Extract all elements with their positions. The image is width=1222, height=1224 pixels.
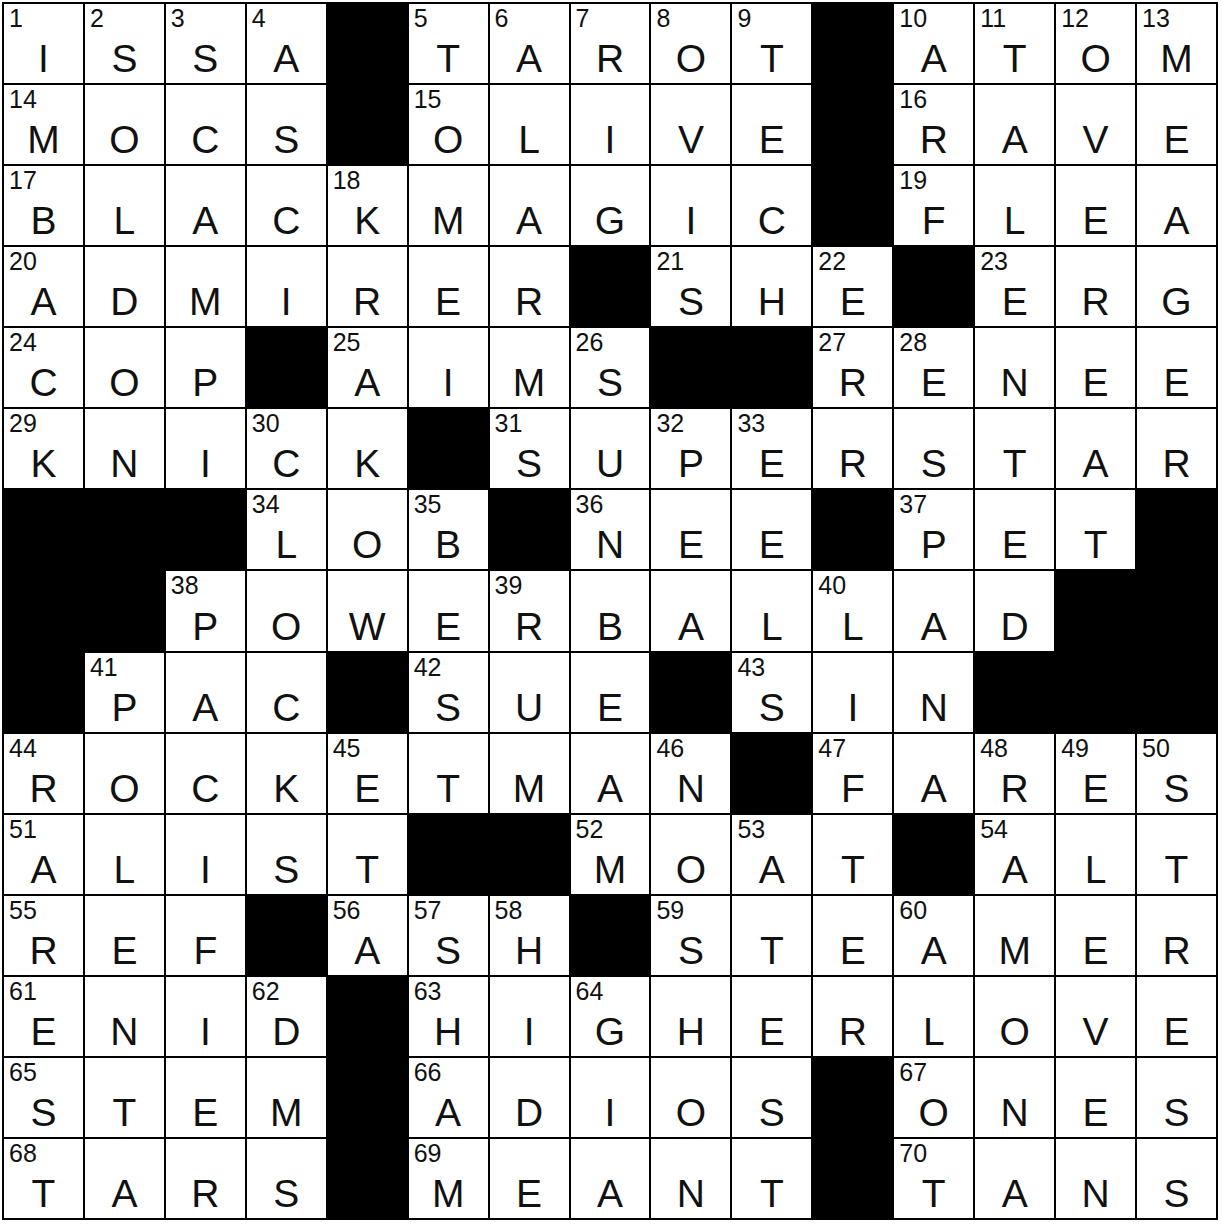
grid-cell[interactable]: 68T bbox=[4, 1139, 83, 1218]
grid-cell[interactable]: 44R bbox=[4, 734, 83, 813]
grid-cell[interactable]: 16R bbox=[894, 85, 973, 164]
grid-cell[interactable]: A bbox=[490, 166, 569, 245]
grid-cell[interactable]: 11T bbox=[975, 4, 1054, 83]
cell-letter: P bbox=[85, 688, 164, 727]
grid-cell[interactable]: A bbox=[975, 85, 1054, 164]
grid-cell[interactable]: L bbox=[490, 85, 569, 164]
grid-cell[interactable]: 17B bbox=[4, 166, 83, 245]
block-cell bbox=[4, 571, 83, 650]
cell-letter: I bbox=[813, 688, 892, 727]
grid-cell[interactable]: 53A bbox=[732, 815, 811, 894]
grid-cell[interactable]: U bbox=[490, 653, 569, 732]
grid-cell[interactable]: S bbox=[894, 409, 973, 488]
grid-cell[interactable]: E bbox=[409, 247, 488, 326]
clue-number: 61 bbox=[9, 978, 37, 1006]
cell-letter: V bbox=[1056, 120, 1135, 159]
cell-letter: R bbox=[813, 444, 892, 483]
cell-letter: I bbox=[651, 201, 730, 240]
clue-number: 24 bbox=[9, 329, 37, 357]
grid-cell[interactable]: 43S bbox=[732, 653, 811, 732]
grid-cell[interactable]: 31S bbox=[490, 409, 569, 488]
grid-cell[interactable]: 46N bbox=[651, 734, 730, 813]
cell-letter: A bbox=[4, 850, 83, 889]
grid-cell[interactable]: N bbox=[975, 1058, 1054, 1137]
grid-cell[interactable]: T bbox=[1056, 490, 1135, 569]
block-cell bbox=[1137, 653, 1216, 732]
clue-number: 49 bbox=[1061, 735, 1089, 763]
grid-cell[interactable]: 52M bbox=[571, 815, 650, 894]
cell-letter: O bbox=[651, 850, 730, 889]
grid-cell[interactable]: 25A bbox=[328, 328, 407, 407]
grid-cell[interactable]: 50S bbox=[1137, 734, 1216, 813]
grid-cell[interactable]: E bbox=[1056, 328, 1135, 407]
clue-number: 1 bbox=[9, 5, 23, 33]
grid-cell[interactable]: 24C bbox=[4, 328, 83, 407]
cell-letter: A bbox=[4, 282, 83, 321]
clue-number: 48 bbox=[980, 735, 1008, 763]
grid-cell[interactable]: 40L bbox=[813, 571, 892, 650]
grid-cell[interactable]: 56A bbox=[328, 896, 407, 975]
grid-cell[interactable]: 14M bbox=[4, 85, 83, 164]
crossword-board: 1I2S3S4A5T6A7R8O9T10A11T12O13M14MOCS15OL… bbox=[2, 2, 1218, 1220]
grid-cell[interactable]: E bbox=[166, 1058, 245, 1137]
clue-number: 32 bbox=[656, 410, 684, 438]
grid-cell[interactable]: C bbox=[166, 734, 245, 813]
grid-cell[interactable]: K bbox=[247, 734, 326, 813]
grid-cell[interactable]: I bbox=[490, 977, 569, 1056]
cell-letter: S bbox=[1137, 1174, 1216, 1213]
clue-number: 28 bbox=[899, 329, 927, 357]
block-cell bbox=[328, 4, 407, 83]
grid-cell[interactable]: E bbox=[409, 571, 488, 650]
cell-letter: G bbox=[571, 201, 650, 240]
block-cell bbox=[813, 85, 892, 164]
grid-cell[interactable]: 5T bbox=[409, 4, 488, 83]
grid-cell[interactable]: A bbox=[85, 1139, 164, 1218]
grid-cell[interactable]: T bbox=[85, 1058, 164, 1137]
grid-cell[interactable]: 8O bbox=[651, 4, 730, 83]
grid-cell[interactable]: A bbox=[894, 571, 973, 650]
grid-cell[interactable]: E bbox=[1056, 896, 1135, 975]
grid-cell[interactable]: 21S bbox=[651, 247, 730, 326]
grid-cell[interactable]: E bbox=[651, 490, 730, 569]
grid-cell[interactable]: A bbox=[1056, 409, 1135, 488]
grid-cell[interactable]: N bbox=[894, 653, 973, 732]
grid-cell[interactable]: I bbox=[651, 166, 730, 245]
grid-cell[interactable]: 55R bbox=[4, 896, 83, 975]
cell-letter: E bbox=[409, 607, 488, 646]
grid-cell[interactable]: 22E bbox=[813, 247, 892, 326]
grid-cell[interactable]: 35B bbox=[409, 490, 488, 569]
grid-cell[interactable]: F bbox=[166, 896, 245, 975]
cell-letter: E bbox=[1137, 120, 1216, 159]
grid-cell[interactable]: 34L bbox=[247, 490, 326, 569]
grid-cell[interactable]: V bbox=[651, 85, 730, 164]
grid-cell[interactable]: A bbox=[166, 653, 245, 732]
grid-cell[interactable]: 67O bbox=[894, 1058, 973, 1137]
grid-cell[interactable]: G bbox=[571, 166, 650, 245]
grid-cell[interactable]: 47F bbox=[813, 734, 892, 813]
cell-letter: A bbox=[247, 39, 326, 78]
grid-cell[interactable]: U bbox=[571, 409, 650, 488]
clue-number: 15 bbox=[414, 86, 442, 114]
clue-number: 21 bbox=[656, 248, 684, 276]
clue-number: 45 bbox=[333, 735, 361, 763]
cell-letter: M bbox=[247, 1093, 326, 1132]
grid-cell[interactable]: O bbox=[651, 815, 730, 894]
cell-letter: S bbox=[1137, 1093, 1216, 1132]
grid-cell[interactable]: A bbox=[166, 166, 245, 245]
clue-number: 7 bbox=[576, 5, 590, 33]
cell-letter: D bbox=[247, 1012, 326, 1051]
grid-cell[interactable]: E bbox=[571, 653, 650, 732]
grid-cell[interactable]: N bbox=[85, 977, 164, 1056]
grid-cell[interactable]: 19F bbox=[894, 166, 973, 245]
clue-number: 63 bbox=[414, 978, 442, 1006]
grid-cell[interactable]: L bbox=[85, 815, 164, 894]
grid-cell[interactable]: E bbox=[1056, 1058, 1135, 1137]
grid-cell[interactable]: V bbox=[1056, 85, 1135, 164]
clue-number: 46 bbox=[656, 735, 684, 763]
clue-number: 42 bbox=[414, 654, 442, 682]
grid-cell[interactable]: 57S bbox=[409, 896, 488, 975]
cell-letter: N bbox=[651, 1174, 730, 1213]
cell-letter: R bbox=[894, 120, 973, 159]
cell-letter: R bbox=[490, 607, 569, 646]
grid-cell[interactable]: T bbox=[328, 815, 407, 894]
grid-cell[interactable]: R bbox=[1056, 247, 1135, 326]
grid-cell[interactable]: 13M bbox=[1137, 4, 1216, 83]
cell-letter: B bbox=[409, 525, 488, 564]
grid-cell[interactable]: I bbox=[166, 815, 245, 894]
cell-letter: E bbox=[1137, 363, 1216, 402]
cell-letter: R bbox=[328, 282, 407, 321]
grid-cell[interactable]: L bbox=[894, 977, 973, 1056]
cell-letter: E bbox=[1056, 201, 1135, 240]
grid-cell[interactable]: I bbox=[571, 85, 650, 164]
clue-number: 13 bbox=[1142, 5, 1170, 33]
grid-cell[interactable]: S bbox=[1137, 1058, 1216, 1137]
clue-number: 26 bbox=[576, 329, 604, 357]
cell-letter: T bbox=[732, 39, 811, 78]
clue-number: 25 bbox=[333, 329, 361, 357]
grid-cell[interactable]: 15O bbox=[409, 85, 488, 164]
cell-letter: A bbox=[571, 1174, 650, 1213]
grid-cell[interactable]: 30C bbox=[247, 409, 326, 488]
block-cell bbox=[4, 653, 83, 732]
block-cell bbox=[1056, 571, 1135, 650]
grid-cell[interactable]: R bbox=[490, 247, 569, 326]
block-cell bbox=[490, 815, 569, 894]
grid-cell[interactable]: I bbox=[166, 409, 245, 488]
cell-letter: C bbox=[166, 120, 245, 159]
cell-letter: R bbox=[166, 1174, 245, 1213]
grid-cell[interactable]: E bbox=[732, 490, 811, 569]
clue-number: 53 bbox=[737, 816, 765, 844]
grid-cell[interactable]: D bbox=[490, 1058, 569, 1137]
grid-cell[interactable]: I bbox=[813, 653, 892, 732]
grid-cell[interactable]: 54A bbox=[975, 815, 1054, 894]
grid-cell[interactable]: 59S bbox=[651, 896, 730, 975]
cell-letter: C bbox=[247, 444, 326, 483]
grid-cell[interactable]: 23E bbox=[975, 247, 1054, 326]
clue-number: 31 bbox=[495, 410, 523, 438]
grid-cell[interactable]: L bbox=[85, 166, 164, 245]
grid-cell[interactable]: A bbox=[571, 1139, 650, 1218]
cell-letter: M bbox=[4, 120, 83, 159]
grid-cell[interactable]: E bbox=[1137, 328, 1216, 407]
grid-cell[interactable]: I bbox=[247, 247, 326, 326]
grid-cell[interactable]: 10A bbox=[894, 4, 973, 83]
cell-letter: A bbox=[894, 607, 973, 646]
cell-letter: S bbox=[732, 688, 811, 727]
grid-cell[interactable]: M bbox=[490, 734, 569, 813]
grid-cell[interactable]: 9T bbox=[732, 4, 811, 83]
grid-cell[interactable]: E bbox=[732, 85, 811, 164]
cell-letter: R bbox=[571, 39, 650, 78]
grid-cell[interactable]: A bbox=[651, 571, 730, 650]
cell-letter: C bbox=[247, 688, 326, 727]
cell-letter: T bbox=[732, 931, 811, 970]
grid-cell[interactable]: V bbox=[1056, 977, 1135, 1056]
grid-cell[interactable]: R bbox=[328, 247, 407, 326]
block-cell bbox=[490, 490, 569, 569]
grid-cell[interactable]: T bbox=[409, 734, 488, 813]
grid-cell[interactable]: 20A bbox=[4, 247, 83, 326]
grid-cell[interactable]: S bbox=[247, 815, 326, 894]
grid-cell[interactable]: 49E bbox=[1056, 734, 1135, 813]
grid-cell[interactable]: 32P bbox=[651, 409, 730, 488]
grid-cell[interactable]: K bbox=[328, 409, 407, 488]
grid-cell[interactable]: 27R bbox=[813, 328, 892, 407]
grid-cell[interactable]: 63H bbox=[409, 977, 488, 1056]
grid-cell[interactable]: R bbox=[1137, 896, 1216, 975]
grid-cell[interactable]: I bbox=[409, 328, 488, 407]
grid-cell[interactable]: 39R bbox=[490, 571, 569, 650]
cell-letter: M bbox=[409, 1174, 488, 1213]
clue-number: 22 bbox=[818, 248, 846, 276]
grid-cell[interactable]: 70T bbox=[894, 1139, 973, 1218]
grid-cell[interactable]: 12O bbox=[1056, 4, 1135, 83]
grid-cell[interactable]: 26S bbox=[571, 328, 650, 407]
grid-cell[interactable]: 18K bbox=[328, 166, 407, 245]
cell-letter: C bbox=[732, 201, 811, 240]
grid-cell[interactable]: C bbox=[166, 85, 245, 164]
grid-cell[interactable]: B bbox=[571, 571, 650, 650]
clue-number: 17 bbox=[9, 167, 37, 195]
grid-cell[interactable]: I bbox=[166, 977, 245, 1056]
grid-cell[interactable]: R bbox=[813, 977, 892, 1056]
cell-letter: K bbox=[328, 201, 407, 240]
grid-cell[interactable]: 38P bbox=[166, 571, 245, 650]
cell-letter: A bbox=[490, 39, 569, 78]
grid-cell[interactable]: 65S bbox=[4, 1058, 83, 1137]
grid-cell[interactable]: T bbox=[732, 896, 811, 975]
grid-cell[interactable]: R bbox=[166, 1139, 245, 1218]
cell-letter: A bbox=[328, 931, 407, 970]
grid-cell[interactable]: M bbox=[490, 328, 569, 407]
cell-letter: N bbox=[85, 1012, 164, 1051]
grid-cell[interactable]: N bbox=[975, 328, 1054, 407]
grid-cell[interactable]: H bbox=[732, 247, 811, 326]
grid-cell[interactable]: N bbox=[85, 409, 164, 488]
cell-letter: A bbox=[328, 363, 407, 402]
grid-cell[interactable]: R bbox=[1137, 409, 1216, 488]
clue-number: 44 bbox=[9, 735, 37, 763]
grid-cell[interactable]: 58H bbox=[490, 896, 569, 975]
grid-cell[interactable]: T bbox=[732, 1139, 811, 1218]
block-cell bbox=[732, 734, 811, 813]
cell-letter: S bbox=[490, 444, 569, 483]
grid-cell[interactable]: S bbox=[247, 1139, 326, 1218]
cell-letter: A bbox=[166, 688, 245, 727]
grid-cell[interactable]: 29K bbox=[4, 409, 83, 488]
grid-cell[interactable]: E bbox=[732, 977, 811, 1056]
grid-cell[interactable]: 7R bbox=[571, 4, 650, 83]
cell-letter: T bbox=[732, 1174, 811, 1213]
block-cell bbox=[571, 247, 650, 326]
cell-letter: N bbox=[571, 525, 650, 564]
grid-cell[interactable]: E bbox=[1137, 85, 1216, 164]
cell-letter: I bbox=[166, 850, 245, 889]
grid-cell[interactable]: O bbox=[85, 85, 164, 164]
grid-cell[interactable]: W bbox=[328, 571, 407, 650]
grid-cell[interactable]: 1I bbox=[4, 4, 83, 83]
clue-number: 14 bbox=[9, 86, 37, 114]
cell-letter: A bbox=[894, 39, 973, 78]
grid-cell[interactable]: 61E bbox=[4, 977, 83, 1056]
grid-cell[interactable]: A bbox=[1137, 166, 1216, 245]
grid-cell[interactable]: D bbox=[975, 571, 1054, 650]
cell-letter: I bbox=[409, 363, 488, 402]
grid-cell[interactable]: E bbox=[813, 896, 892, 975]
cell-letter: A bbox=[166, 201, 245, 240]
block-cell bbox=[4, 490, 83, 569]
grid-cell[interactable]: 45E bbox=[328, 734, 407, 813]
clue-number: 43 bbox=[737, 654, 765, 682]
grid-cell[interactable]: 69M bbox=[409, 1139, 488, 1218]
grid-cell[interactable]: C bbox=[247, 166, 326, 245]
grid-cell[interactable]: N bbox=[651, 1139, 730, 1218]
grid-cell[interactable]: T bbox=[975, 409, 1054, 488]
grid-cell[interactable]: D bbox=[85, 247, 164, 326]
grid-cell[interactable]: M bbox=[166, 247, 245, 326]
cell-letter: A bbox=[975, 1174, 1054, 1213]
grid-cell[interactable]: S bbox=[732, 1058, 811, 1137]
block-cell bbox=[247, 896, 326, 975]
grid-cell[interactable]: T bbox=[1137, 815, 1216, 894]
clue-number: 66 bbox=[414, 1059, 442, 1087]
grid-cell[interactable]: 4A bbox=[247, 4, 326, 83]
grid-cell[interactable]: C bbox=[732, 166, 811, 245]
cell-letter: S bbox=[409, 931, 488, 970]
clue-number: 70 bbox=[899, 1140, 927, 1168]
grid-cell[interactable]: N bbox=[1056, 1139, 1135, 1218]
cell-letter: T bbox=[813, 850, 892, 889]
cell-letter: A bbox=[732, 850, 811, 889]
grid-cell[interactable]: G bbox=[1137, 247, 1216, 326]
block-cell bbox=[85, 571, 164, 650]
grid-cell[interactable]: L bbox=[732, 571, 811, 650]
grid-cell[interactable]: M bbox=[409, 166, 488, 245]
clue-number: 52 bbox=[576, 816, 604, 844]
grid-cell[interactable]: C bbox=[247, 653, 326, 732]
cell-letter: S bbox=[85, 39, 164, 78]
cell-letter: S bbox=[247, 850, 326, 889]
grid-cell[interactable]: 36N bbox=[571, 490, 650, 569]
grid-cell[interactable]: E bbox=[1056, 166, 1135, 245]
cell-letter: R bbox=[1137, 444, 1216, 483]
grid-cell[interactable]: 66A bbox=[409, 1058, 488, 1137]
grid-cell[interactable]: A bbox=[894, 734, 973, 813]
cell-letter: F bbox=[813, 769, 892, 808]
grid-cell[interactable]: L bbox=[975, 166, 1054, 245]
grid-cell[interactable]: 28E bbox=[894, 328, 973, 407]
grid-cell[interactable]: 51A bbox=[4, 815, 83, 894]
grid-cell[interactable]: I bbox=[571, 1058, 650, 1137]
grid-cell[interactable]: A bbox=[571, 734, 650, 813]
block-cell bbox=[894, 247, 973, 326]
grid-cell[interactable]: A bbox=[975, 1139, 1054, 1218]
grid-cell[interactable]: 37P bbox=[894, 490, 973, 569]
grid-cell[interactable]: 42S bbox=[409, 653, 488, 732]
grid-cell[interactable]: S bbox=[1137, 1139, 1216, 1218]
grid-cell[interactable]: L bbox=[1056, 815, 1135, 894]
clue-number: 34 bbox=[252, 491, 280, 519]
grid-cell[interactable]: M bbox=[247, 1058, 326, 1137]
grid-cell[interactable]: 41P bbox=[85, 653, 164, 732]
cell-letter: R bbox=[813, 1012, 892, 1051]
cell-letter: O bbox=[85, 769, 164, 808]
cell-letter: E bbox=[975, 282, 1054, 321]
grid-cell[interactable]: E bbox=[1137, 977, 1216, 1056]
clue-number: 56 bbox=[333, 897, 361, 925]
grid-cell[interactable]: E bbox=[490, 1139, 569, 1218]
grid-cell[interactable]: E bbox=[975, 490, 1054, 569]
grid-cell[interactable]: T bbox=[813, 815, 892, 894]
cell-letter: T bbox=[85, 1093, 164, 1132]
clue-number: 2 bbox=[90, 5, 104, 33]
cell-letter: C bbox=[166, 769, 245, 808]
grid-cell[interactable]: O bbox=[328, 490, 407, 569]
grid-cell[interactable]: R bbox=[813, 409, 892, 488]
grid-cell[interactable]: M bbox=[975, 896, 1054, 975]
grid-cell[interactable]: O bbox=[975, 977, 1054, 1056]
grid-cell[interactable]: O bbox=[651, 1058, 730, 1137]
grid-cell[interactable]: 60A bbox=[894, 896, 973, 975]
grid-cell[interactable]: 48R bbox=[975, 734, 1054, 813]
grid-cell[interactable]: 6A bbox=[490, 4, 569, 83]
grid-cell[interactable]: O bbox=[247, 571, 326, 650]
grid-cell[interactable]: O bbox=[85, 328, 164, 407]
cell-letter: E bbox=[975, 525, 1054, 564]
grid-cell[interactable]: O bbox=[85, 734, 164, 813]
grid-cell[interactable]: E bbox=[85, 896, 164, 975]
grid-cell[interactable]: 2S bbox=[85, 4, 164, 83]
cell-letter: S bbox=[166, 39, 245, 78]
grid-cell[interactable]: H bbox=[651, 977, 730, 1056]
block-cell bbox=[732, 328, 811, 407]
grid-cell[interactable]: 62D bbox=[247, 977, 326, 1056]
grid-cell[interactable]: P bbox=[166, 328, 245, 407]
cell-letter: N bbox=[975, 1093, 1054, 1132]
grid-cell[interactable]: 33E bbox=[732, 409, 811, 488]
grid-cell[interactable]: 64G bbox=[571, 977, 650, 1056]
cell-letter: H bbox=[651, 1012, 730, 1051]
grid-cell[interactable]: 3S bbox=[166, 4, 245, 83]
grid-cell[interactable]: S bbox=[247, 85, 326, 164]
cell-letter: O bbox=[409, 120, 488, 159]
